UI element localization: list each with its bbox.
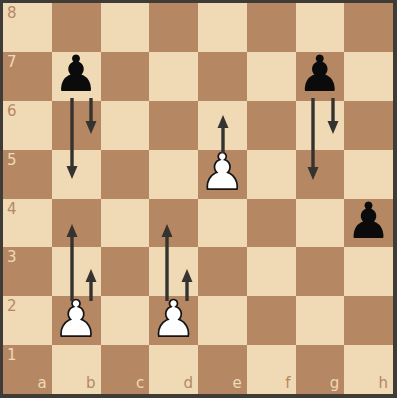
square-h4[interactable]: ♟	[344, 199, 393, 248]
square-f5[interactable]	[247, 150, 296, 199]
square-b4[interactable]	[52, 199, 101, 248]
square-h1[interactable]: h	[344, 345, 393, 394]
black-pawn-h4[interactable]: ♟	[346, 199, 391, 245]
square-c6[interactable]	[101, 101, 150, 150]
square-b3[interactable]	[52, 247, 101, 296]
square-a8[interactable]: 8	[3, 3, 52, 52]
square-e1[interactable]: e	[198, 345, 247, 394]
rank-label-5: 5	[7, 153, 17, 168]
rank-label-7: 7	[7, 55, 17, 70]
file-label-g: g	[330, 376, 340, 391]
square-a5[interactable]: 5	[3, 150, 52, 199]
square-a4[interactable]: 4	[3, 199, 52, 248]
rank-label-4: 4	[7, 202, 17, 217]
square-e3[interactable]	[198, 247, 247, 296]
square-g5[interactable]	[296, 150, 345, 199]
square-c2[interactable]	[101, 296, 150, 345]
square-b1[interactable]: b	[52, 345, 101, 394]
square-c3[interactable]	[101, 247, 150, 296]
rank-label-1: 1	[7, 348, 17, 363]
square-g7[interactable]: ♟	[296, 52, 345, 101]
square-b2[interactable]: ♟	[52, 296, 101, 345]
square-h2[interactable]	[344, 296, 393, 345]
file-label-c: c	[136, 376, 144, 391]
file-label-e: e	[233, 376, 242, 391]
square-b7[interactable]: ♟	[52, 52, 101, 101]
square-f1[interactable]: f	[247, 345, 296, 394]
square-f7[interactable]	[247, 52, 296, 101]
square-h3[interactable]	[344, 247, 393, 296]
square-g3[interactable]	[296, 247, 345, 296]
square-h8[interactable]	[344, 3, 393, 52]
black-pawn-b7[interactable]: ♟	[54, 52, 99, 98]
square-f2[interactable]	[247, 296, 296, 345]
file-label-f: f	[285, 376, 290, 391]
white-pawn-d2[interactable]: ♟	[151, 296, 196, 342]
square-f8[interactable]	[247, 3, 296, 52]
square-h6[interactable]	[344, 101, 393, 150]
square-c1[interactable]: c	[101, 345, 150, 394]
square-f4[interactable]	[247, 199, 296, 248]
square-e5[interactable]: ♟	[198, 150, 247, 199]
square-g4[interactable]	[296, 199, 345, 248]
square-c5[interactable]	[101, 150, 150, 199]
square-d7[interactable]	[149, 52, 198, 101]
file-label-d: d	[183, 376, 193, 391]
square-f3[interactable]	[247, 247, 296, 296]
square-b5[interactable]	[52, 150, 101, 199]
square-a3[interactable]: 3	[3, 247, 52, 296]
square-h7[interactable]	[344, 52, 393, 101]
square-d1[interactable]: d	[149, 345, 198, 394]
square-c4[interactable]	[101, 199, 150, 248]
file-label-h: h	[378, 376, 388, 391]
rank-label-3: 3	[7, 250, 17, 265]
square-d6[interactable]	[149, 101, 198, 150]
square-d8[interactable]	[149, 3, 198, 52]
square-g8[interactable]	[296, 3, 345, 52]
file-label-a: a	[38, 376, 47, 391]
square-a7[interactable]: 7	[3, 52, 52, 101]
square-a2[interactable]: 2	[3, 296, 52, 345]
square-b8[interactable]	[52, 3, 101, 52]
rank-label-8: 8	[7, 6, 17, 21]
square-e7[interactable]	[198, 52, 247, 101]
black-pawn-g7[interactable]: ♟	[297, 52, 342, 98]
square-b6[interactable]	[52, 101, 101, 150]
square-d3[interactable]	[149, 247, 198, 296]
chessboard: 87♟♟65♟4♟32♟♟1abcdefgh	[3, 3, 393, 394]
rank-label-2: 2	[7, 299, 17, 314]
square-f6[interactable]	[247, 101, 296, 150]
square-h5[interactable]	[344, 150, 393, 199]
square-c8[interactable]	[101, 3, 150, 52]
square-e8[interactable]	[198, 3, 247, 52]
square-a1[interactable]: 1a	[3, 345, 52, 394]
white-pawn-b2[interactable]: ♟	[54, 296, 99, 342]
board-wrap: 87♟♟65♟4♟32♟♟1abcdefgh	[3, 3, 393, 394]
square-d4[interactable]	[149, 199, 198, 248]
square-e2[interactable]	[198, 296, 247, 345]
square-g1[interactable]: g	[296, 345, 345, 394]
chessboard-frame: 87♟♟65♟4♟32♟♟1abcdefgh	[0, 0, 397, 398]
file-label-b: b	[86, 376, 96, 391]
square-g2[interactable]	[296, 296, 345, 345]
square-g6[interactable]	[296, 101, 345, 150]
rank-label-6: 6	[7, 104, 17, 119]
square-c7[interactable]	[101, 52, 150, 101]
square-e6[interactable]	[198, 101, 247, 150]
square-d2[interactable]: ♟	[149, 296, 198, 345]
square-e4[interactable]	[198, 199, 247, 248]
white-pawn-e5[interactable]: ♟	[200, 150, 245, 196]
square-d5[interactable]	[149, 150, 198, 199]
square-a6[interactable]: 6	[3, 101, 52, 150]
